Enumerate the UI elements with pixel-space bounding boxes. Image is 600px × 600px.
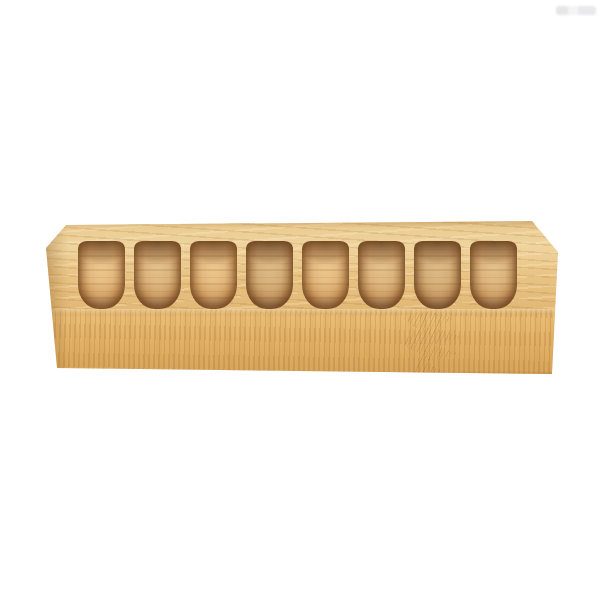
bamboo-stand xyxy=(45,221,558,375)
bottle-slot-6 xyxy=(358,241,405,309)
slot-row xyxy=(78,241,517,309)
bottle-slot-5 xyxy=(302,241,349,309)
bottle-slot-1 xyxy=(78,241,125,309)
watermark xyxy=(556,6,596,15)
stand-left-end-face xyxy=(45,221,69,375)
bottle-slot-8 xyxy=(470,241,517,309)
bottle-slot-7 xyxy=(414,241,461,309)
bottle-slot-2 xyxy=(134,241,181,309)
stand-front-face xyxy=(45,309,558,375)
bottle-slot-4 xyxy=(246,241,293,309)
bottle-slot-3 xyxy=(190,241,237,309)
